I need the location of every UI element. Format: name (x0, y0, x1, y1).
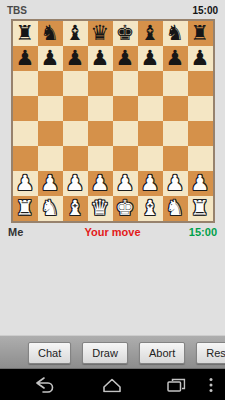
piece-white-rook: ♜ (16, 196, 35, 221)
square-g7[interactable]: ♟ (163, 46, 188, 71)
piece-black-rook: ♜ (16, 21, 35, 46)
square-d4[interactable] (88, 121, 113, 146)
piece-black-pawn: ♟ (91, 46, 110, 71)
piece-black-knight: ♞ (166, 21, 185, 46)
piece-black-bishop: ♝ (141, 21, 160, 46)
square-d5[interactable] (88, 96, 113, 121)
square-b8[interactable]: ♞ (38, 21, 63, 46)
action-bar: Chat Draw Abort Resign (0, 335, 225, 369)
square-e4[interactable] (113, 121, 138, 146)
piece-black-queen: ♛ (91, 21, 110, 46)
square-a6[interactable] (13, 71, 38, 96)
square-g8[interactable]: ♞ (163, 21, 188, 46)
square-g5[interactable] (163, 96, 188, 121)
piece-white-pawn: ♟ (166, 171, 185, 196)
empty-area (0, 241, 225, 335)
piece-black-pawn: ♟ (166, 46, 185, 71)
square-b7[interactable]: ♟ (38, 46, 63, 71)
square-d7[interactable]: ♟ (88, 46, 113, 71)
piece-black-king: ♚ (116, 21, 135, 46)
square-b5[interactable] (38, 96, 63, 121)
square-d8[interactable]: ♛ (88, 21, 113, 46)
square-h7[interactable]: ♟ (188, 46, 213, 71)
piece-white-bishop: ♝ (141, 196, 160, 221)
piece-black-pawn: ♟ (191, 46, 210, 71)
player-label: Me (8, 226, 60, 238)
android-nav-bar (0, 369, 225, 400)
resign-button[interactable]: Resign (196, 342, 225, 364)
piece-black-pawn: ♟ (16, 46, 35, 71)
chat-button[interactable]: Chat (28, 342, 71, 364)
square-a5[interactable] (13, 96, 38, 121)
piece-white-pawn: ♟ (16, 171, 35, 196)
square-f2[interactable]: ♟ (138, 171, 163, 196)
piece-white-knight: ♞ (41, 196, 60, 221)
square-g2[interactable]: ♟ (163, 171, 188, 196)
player-clock: 15:00 (165, 226, 217, 238)
square-d2[interactable]: ♟ (88, 171, 113, 196)
square-c7[interactable]: ♟ (63, 46, 88, 71)
square-d1[interactable]: ♛ (88, 196, 113, 221)
square-f5[interactable] (138, 96, 163, 121)
piece-black-pawn: ♟ (66, 46, 85, 71)
square-a1[interactable]: ♜ (13, 196, 38, 221)
piece-black-rook: ♜ (191, 21, 210, 46)
square-f7[interactable]: ♟ (138, 46, 163, 71)
square-c1[interactable]: ♝ (63, 196, 88, 221)
square-e8[interactable]: ♚ (113, 21, 138, 46)
piece-white-pawn: ♟ (91, 171, 110, 196)
piece-white-knight: ♞ (166, 196, 185, 221)
piece-black-knight: ♞ (41, 21, 60, 46)
square-c2[interactable]: ♟ (63, 171, 88, 196)
square-g1[interactable]: ♞ (163, 196, 188, 221)
square-h8[interactable]: ♜ (188, 21, 213, 46)
square-f8[interactable]: ♝ (138, 21, 163, 46)
draw-button[interactable]: Draw (82, 342, 128, 364)
square-g4[interactable] (163, 121, 188, 146)
piece-white-pawn: ♟ (116, 171, 135, 196)
piece-white-pawn: ♟ (141, 171, 160, 196)
abort-button[interactable]: Abort (139, 342, 185, 364)
piece-black-pawn: ♟ (116, 46, 135, 71)
square-e1[interactable]: ♚ (113, 196, 138, 221)
square-b1[interactable]: ♞ (38, 196, 63, 221)
square-a8[interactable]: ♜ (13, 21, 38, 46)
square-c6[interactable] (63, 71, 88, 96)
square-a3[interactable] (13, 146, 38, 171)
piece-white-pawn: ♟ (41, 171, 60, 196)
square-c3[interactable] (63, 146, 88, 171)
square-a2[interactable]: ♟ (13, 171, 38, 196)
square-e7[interactable]: ♟ (113, 46, 138, 71)
recents-icon[interactable] (167, 377, 186, 392)
square-h6[interactable] (188, 71, 213, 96)
square-a4[interactable] (13, 121, 38, 146)
piece-black-pawn: ♟ (141, 46, 160, 71)
square-f6[interactable] (138, 71, 163, 96)
back-icon[interactable] (35, 377, 55, 393)
piece-white-pawn: ♟ (66, 171, 85, 196)
square-h2[interactable]: ♟ (188, 171, 213, 196)
square-e6[interactable] (113, 71, 138, 96)
piece-white-queen: ♛ (91, 196, 110, 221)
game-mode-label: TBS (7, 5, 27, 16)
piece-black-pawn: ♟ (41, 46, 60, 71)
square-d6[interactable] (88, 71, 113, 96)
piece-black-bishop: ♝ (66, 21, 85, 46)
square-h5[interactable] (188, 96, 213, 121)
square-e2[interactable]: ♟ (113, 171, 138, 196)
piece-white-rook: ♜ (191, 196, 210, 221)
square-c8[interactable]: ♝ (63, 21, 88, 46)
square-a7[interactable]: ♟ (13, 46, 38, 71)
square-b3[interactable] (38, 146, 63, 171)
square-f1[interactable]: ♝ (138, 196, 163, 221)
opponent-clock: 15:00 (192, 5, 218, 16)
square-f3[interactable] (138, 146, 163, 171)
home-icon[interactable] (102, 377, 122, 392)
top-bar: TBS 15:00 (0, 0, 225, 18)
square-g3[interactable] (163, 146, 188, 171)
square-e5[interactable] (113, 96, 138, 121)
board-wrap: ♜♞♝♛♚♝♞♜♟♟♟♟♟♟♟♟♟♟♟♟♟♟♟♟♜♞♝♛♚♝♞♜ (11, 19, 215, 223)
status-row: Me Your move 15:00 (0, 223, 225, 241)
square-c5[interactable] (63, 96, 88, 121)
square-e3[interactable] (113, 146, 138, 171)
turn-indicator: Your move (60, 226, 165, 238)
chess-board[interactable]: ♜♞♝♛♚♝♞♜♟♟♟♟♟♟♟♟♟♟♟♟♟♟♟♟♜♞♝♛♚♝♞♜ (11, 19, 215, 223)
square-c4[interactable] (63, 121, 88, 146)
square-g6[interactable] (163, 71, 188, 96)
piece-white-pawn: ♟ (191, 171, 210, 196)
square-b2[interactable]: ♟ (38, 171, 63, 196)
square-b4[interactable] (38, 121, 63, 146)
square-d3[interactable] (88, 146, 113, 171)
square-h1[interactable]: ♜ (188, 196, 213, 221)
square-b6[interactable] (38, 71, 63, 96)
menu-icon[interactable] (208, 377, 214, 393)
piece-white-king: ♚ (116, 196, 135, 221)
square-h4[interactable] (188, 121, 213, 146)
piece-white-bishop: ♝ (66, 196, 85, 221)
square-f4[interactable] (138, 121, 163, 146)
square-h3[interactable] (188, 146, 213, 171)
